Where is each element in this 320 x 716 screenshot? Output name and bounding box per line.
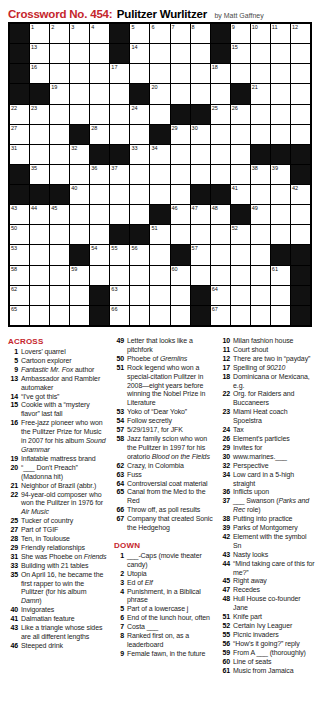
clue: 23Miami Heat coach Spoelstra (220, 408, 316, 426)
clue: 2Utopia (114, 570, 213, 579)
clue-text: Dalmatian feature (21, 615, 107, 624)
grid-cell[interactable] (130, 64, 149, 83)
clue-number: 66 (114, 506, 124, 515)
clue-number: 31 (8, 553, 18, 562)
grid-cell[interactable] (30, 286, 49, 305)
grid-cell[interactable]: 58 (10, 266, 29, 285)
grid-cell[interactable] (30, 145, 49, 164)
grid-cell[interactable]: 30 (191, 125, 210, 144)
clue: 19Inflatable mattress brand (8, 455, 107, 464)
grid-cell[interactable]: 44 (30, 205, 49, 224)
grid-cell[interactable] (231, 306, 250, 325)
clue-text: End of the lunch hour, often (127, 614, 213, 623)
clue: 55Picnic invaders (220, 631, 316, 640)
grid-cell[interactable] (171, 165, 190, 184)
black-square (10, 84, 29, 103)
black-square (291, 145, 310, 164)
black-square (291, 286, 310, 305)
grid-cell[interactable]: 66 (110, 306, 129, 325)
grid-cell[interactable] (50, 165, 69, 184)
clue: 7Costa ___ (114, 623, 213, 632)
grid-cell[interactable]: 55 (110, 245, 129, 264)
black-square (291, 306, 310, 325)
grid-cell[interactable]: 57 (191, 245, 210, 264)
grid-cell[interactable]: 36 (90, 165, 109, 184)
clue-number: 52 (220, 622, 230, 631)
clue-text: Hull House co-founder Jane (233, 595, 316, 613)
grid-cell[interactable]: 67 (211, 306, 230, 325)
grid-cell[interactable] (171, 286, 190, 305)
black-square (291, 245, 310, 264)
grid-cell[interactable] (271, 225, 290, 244)
clue-text: Controversial coat material (127, 480, 213, 489)
grid-cell[interactable]: 16 (30, 64, 49, 83)
grid-cell[interactable] (70, 44, 89, 63)
clue-text: 94-year-old composer who won the Pulitze… (21, 491, 107, 518)
clue-text: Invigorates (21, 606, 107, 615)
grid-cell[interactable] (271, 286, 290, 305)
grid-cell[interactable]: 11 (271, 24, 290, 43)
grid-cell[interactable]: 50 (10, 225, 29, 244)
clue-number: 26 (220, 435, 230, 444)
grid-cell[interactable] (150, 185, 169, 204)
grid-cell[interactable] (90, 64, 109, 83)
grid-cell[interactable] (171, 225, 190, 244)
grid-cell[interactable]: 12 (291, 24, 310, 43)
grid-cell[interactable] (150, 105, 169, 124)
grid-cell[interactable] (171, 64, 190, 83)
grid-cell[interactable] (271, 64, 290, 83)
clue-number: 29 (220, 444, 230, 453)
grid-cell[interactable]: 6 (150, 24, 169, 43)
grid-cell[interactable]: 61 (271, 266, 290, 285)
black-square (90, 306, 109, 325)
clue-text: Steeped drink (21, 642, 107, 651)
clue-text: “___ Don't Preach” (Madonna hit) (21, 464, 107, 482)
clue-number: 15 (8, 401, 18, 419)
grid-cell[interactable] (30, 125, 49, 144)
grid-cell[interactable] (130, 165, 149, 184)
clue-text: Fuss (127, 471, 213, 480)
grid-cell[interactable]: 63 (110, 286, 129, 305)
grid-cell[interactable]: 40 (70, 185, 89, 204)
clue-number: 19 (8, 455, 18, 464)
clue: 4Punishment, in a Biblical phrase (114, 588, 213, 606)
grid-cell[interactable] (211, 245, 230, 264)
grid-cell[interactable]: 45 (50, 205, 69, 224)
grid-cell[interactable] (231, 266, 250, 285)
clue-number: 1 (114, 552, 124, 570)
grid-cell[interactable]: 27 (10, 125, 29, 144)
grid-cell[interactable] (130, 205, 149, 224)
grid-cell[interactable]: 56 (130, 245, 149, 264)
clue-text: Crazy, in Colombia (127, 462, 213, 471)
grid-cell[interactable]: 51 (150, 225, 169, 244)
clue: 575/29/1917, for JFK (114, 426, 213, 435)
cell-number: 46 (172, 205, 178, 212)
clue-number: 29 (8, 544, 18, 553)
clue-text: Ed of Elf (127, 579, 213, 588)
grid-cell[interactable]: 9 (231, 24, 250, 43)
clue-number: 61 (220, 667, 230, 676)
grid-cell[interactable]: 25 (211, 105, 230, 124)
grid-cell[interactable] (171, 145, 190, 164)
black-square (110, 44, 129, 63)
grid-cell[interactable]: 23 (30, 105, 49, 124)
cell-number: 25 (212, 105, 218, 112)
cell-number: 19 (51, 84, 57, 91)
black-square (251, 145, 270, 164)
grid-cell[interactable] (130, 125, 149, 144)
grid-cell[interactable] (30, 245, 49, 264)
clue: 3Ed of Elf (114, 579, 213, 588)
grid-cell[interactable]: 15 (231, 44, 250, 63)
grid-cell[interactable]: 32 (70, 145, 89, 164)
cell-number: 67 (212, 306, 218, 313)
clue-number: 56 (220, 640, 230, 649)
grid-cell[interactable]: 4 (90, 24, 109, 43)
grid-cell[interactable] (211, 225, 230, 244)
grid-cell[interactable] (191, 225, 210, 244)
clue: 28Ten, in Toulouse (8, 535, 107, 544)
cell-number: 17 (111, 64, 117, 71)
clue-number: 53 (114, 408, 124, 417)
clue-text: Friendly relationships (21, 544, 107, 553)
grid-cell[interactable]: 49 (251, 205, 270, 224)
grid-cell[interactable]: 42 (291, 185, 310, 204)
grid-cell[interactable] (70, 306, 89, 325)
grid-cell[interactable] (271, 185, 290, 204)
grid-cell[interactable] (211, 266, 230, 285)
grid-cell[interactable] (50, 64, 69, 83)
grid-cell[interactable] (150, 44, 169, 63)
grid-cell[interactable]: 37 (110, 165, 129, 184)
grid-cell[interactable] (90, 105, 109, 124)
cell-number: 42 (292, 185, 298, 192)
clue-text: Element's particles (233, 435, 316, 444)
grid-cell[interactable]: 34 (150, 145, 169, 164)
grid-cell[interactable] (150, 64, 169, 83)
clue-number: 24 (220, 426, 230, 435)
grid-cell[interactable] (271, 306, 290, 325)
grid-cell[interactable] (291, 44, 310, 63)
grid-cell[interactable] (70, 165, 89, 184)
grid-cell[interactable]: 19 (50, 84, 69, 103)
grid-cell[interactable] (70, 205, 89, 224)
grid-cell[interactable] (110, 105, 129, 124)
grid-cell[interactable] (251, 185, 270, 204)
black-square (171, 105, 190, 124)
grid-cell[interactable] (150, 306, 169, 325)
grid-cell[interactable] (251, 64, 270, 83)
grid-cell[interactable]: 38 (251, 165, 270, 184)
grid-cell[interactable] (110, 185, 129, 204)
clue-number: 17 (220, 364, 230, 373)
clue-number: 22 (8, 491, 18, 518)
grid-cell[interactable]: 26 (231, 105, 250, 124)
grid-cell[interactable] (30, 306, 49, 325)
grid-cell[interactable] (231, 245, 250, 264)
cell-number: 61 (272, 266, 278, 273)
grid-cell[interactable] (251, 44, 270, 63)
grid-cell[interactable] (30, 266, 49, 285)
clue: 9Fantastic Mr. Fox author (8, 366, 107, 375)
clue-text: Right away (233, 577, 316, 586)
clue: 46Steeped drink (8, 642, 107, 651)
clue-number: 18 (220, 373, 230, 391)
grid-cell[interactable] (271, 105, 290, 124)
clue-text: Part of a lowercase j (127, 605, 213, 614)
clue: 39Parks of Montgomery (220, 524, 316, 533)
grid-cell[interactable] (171, 44, 190, 63)
grid-cell[interactable]: 59 (70, 266, 89, 285)
clue-number: 44 (220, 560, 230, 578)
grid-cell[interactable] (291, 225, 310, 244)
grid-cell[interactable] (231, 286, 250, 305)
clue-column-3: 10Milan fashion house11Court shout12Ther… (220, 337, 316, 675)
grid-cell[interactable] (110, 125, 129, 144)
cell-number: 13 (31, 44, 37, 51)
clue-number: 32 (220, 462, 230, 471)
grid-cell[interactable] (150, 245, 169, 264)
grid-cell[interactable] (110, 266, 129, 285)
grid-cell[interactable] (50, 286, 69, 305)
clue: 12There are two in “payday” (220, 355, 316, 364)
grid-cell[interactable] (50, 145, 69, 164)
black-square (110, 145, 129, 164)
clue-number: 1 (8, 348, 18, 357)
clue-number: 41 (8, 615, 18, 624)
clue-text: Cartoon explorer (21, 357, 107, 366)
grid-cell[interactable] (70, 64, 89, 83)
grid-cell[interactable]: 35 (30, 165, 49, 184)
grid-cell[interactable]: 2 (50, 24, 69, 43)
black-square (150, 125, 169, 144)
grid-cell[interactable] (90, 266, 109, 285)
grid-cell[interactable]: 17 (110, 64, 129, 83)
grid-cell[interactable] (50, 125, 69, 144)
grid-cell[interactable]: 60 (171, 266, 190, 285)
grid-cell[interactable]: 46 (171, 205, 190, 224)
clue: 35On April 16, he became the first rappe… (8, 571, 107, 607)
grid-cell[interactable] (90, 205, 109, 224)
grid-cell[interactable] (291, 64, 310, 83)
grid-cell[interactable]: 10 (251, 24, 270, 43)
black-square (191, 286, 210, 305)
grid-cell[interactable]: 65 (10, 306, 29, 325)
cell-number: 37 (111, 165, 117, 172)
grid-cell[interactable] (291, 105, 310, 124)
clue-number: 43 (8, 624, 18, 642)
grid-cell[interactable] (251, 286, 270, 305)
black-square (10, 24, 29, 43)
grid-cell[interactable] (130, 306, 149, 325)
black-square (90, 286, 109, 305)
grid-cell[interactable] (50, 44, 69, 63)
grid-cell[interactable]: 33 (130, 145, 149, 164)
clue: 54Follow secretly (114, 417, 213, 426)
clue: 37___ Swanson (Parks and Rec role) (220, 497, 316, 515)
clue-text: Element with the symbol Sn (233, 533, 316, 551)
grid-cell[interactable]: 13 (30, 44, 49, 63)
grid-cell[interactable]: 29 (171, 125, 190, 144)
grid-cell[interactable]: 31 (10, 145, 29, 164)
grid-cell[interactable] (191, 84, 210, 103)
grid-cell[interactable] (211, 145, 230, 164)
grid-cell[interactable] (191, 165, 210, 184)
grid-cell[interactable]: 8 (191, 24, 210, 43)
grid-cell[interactable] (251, 125, 270, 144)
grid-cell[interactable]: 3 (70, 24, 89, 43)
grid-cell[interactable] (231, 125, 250, 144)
grid-cell[interactable]: 18 (211, 64, 230, 83)
grid-cell[interactable] (191, 145, 210, 164)
grid-cell[interactable] (50, 225, 69, 244)
grid-cell[interactable]: 41 (231, 185, 250, 204)
grid-cell[interactable] (171, 306, 190, 325)
grid-cell[interactable]: 20 (150, 84, 169, 103)
grid-cell[interactable] (171, 84, 190, 103)
grid-cell[interactable] (211, 165, 230, 184)
grid-cell[interactable] (291, 125, 310, 144)
grid-cell[interactable] (191, 64, 210, 83)
clue-number: 49 (114, 337, 124, 355)
across-heading: ACROSS (8, 337, 107, 346)
clue: 21Neighbor of Brazil (abbr.) (8, 482, 107, 491)
clue-number: 4 (114, 588, 124, 606)
grid-cell[interactable] (90, 185, 109, 204)
grid-cell[interactable]: 39 (271, 165, 290, 184)
grid-cell[interactable]: 54 (90, 245, 109, 264)
cell-number: 55 (111, 245, 117, 252)
cell-number: 26 (232, 105, 238, 112)
grid-cell[interactable] (191, 266, 210, 285)
clue-number: 22 (220, 390, 230, 408)
grid-cell[interactable] (251, 105, 270, 124)
cell-number: 34 (151, 145, 157, 152)
grid-cell[interactable] (231, 145, 250, 164)
crossword-page: Crossword No. 454: Pulitzer Wurlitzer by… (0, 0, 320, 716)
grid-cell[interactable] (251, 225, 270, 244)
grid-cell[interactable]: 7 (171, 24, 190, 43)
clue-text: Female fawn, in the future (127, 650, 213, 659)
clue-text: ___ Swanson (Parks and Rec role) (233, 497, 316, 515)
grid-cell[interactable] (231, 165, 250, 184)
clue: 18Dominicana or Mexicana, e.g. (220, 373, 316, 391)
grid-cell[interactable] (130, 185, 149, 204)
cell-number: 2 (51, 24, 54, 31)
grid-cell[interactable]: 28 (90, 125, 109, 144)
grid-cell[interactable] (90, 44, 109, 63)
grid-cell[interactable] (110, 84, 129, 103)
grid-cell[interactable] (150, 286, 169, 305)
clue-number: 65 (114, 488, 124, 506)
cell-number: 39 (272, 165, 278, 172)
clue-text: Picnic invaders (233, 631, 316, 640)
grid-cell[interactable] (150, 165, 169, 184)
clue-number: 39 (220, 524, 230, 533)
grid-cell[interactable] (30, 225, 49, 244)
clue: 48Hull House co-founder Jane (220, 595, 316, 613)
grid-cell[interactable] (130, 286, 149, 305)
grid-cell[interactable] (50, 306, 69, 325)
cell-number: 51 (151, 225, 157, 232)
grid-cell[interactable] (251, 306, 270, 325)
clue-text: Tax (233, 426, 316, 435)
grid-cell[interactable] (291, 84, 310, 103)
clue: 56“How's it going?” reply (220, 640, 316, 649)
grid-cell[interactable]: 22 (10, 105, 29, 124)
grid-cell[interactable]: 52 (231, 225, 250, 244)
grid-cell[interactable] (251, 266, 270, 285)
clue-text: Letter that looks like a pitchfork (127, 337, 213, 355)
grid-cell[interactable] (50, 245, 69, 264)
clue-number: 14 (8, 393, 18, 402)
puzzle-byline: by Matt Gaffney (214, 12, 263, 19)
grid-cell[interactable] (251, 245, 270, 264)
cell-number: 64 (212, 286, 218, 293)
grid-cell[interactable]: 5 (130, 24, 149, 43)
grid-cell[interactable] (90, 225, 109, 244)
black-square (231, 205, 250, 224)
clue-text: Throw off, as poll results (127, 506, 213, 515)
grid-cell[interactable]: 62 (10, 286, 29, 305)
grid-cell[interactable]: 1 (30, 24, 49, 43)
clue-text: Milan fashion house (233, 337, 316, 346)
clue-number: 54 (114, 417, 124, 426)
grid-cell[interactable]: 43 (10, 205, 29, 224)
grid-cell[interactable] (291, 205, 310, 224)
grid-cell[interactable] (70, 105, 89, 124)
grid-cell[interactable] (130, 266, 149, 285)
cell-number: 7 (172, 24, 175, 31)
grid-cell[interactable]: 53 (10, 245, 29, 264)
grid-cell[interactable] (171, 185, 190, 204)
grid-cell[interactable] (211, 84, 230, 103)
grid-cell[interactable] (50, 266, 69, 285)
clue: 42Element with the symbol Sn (220, 533, 316, 551)
clue: 17Spelling of 90210 (220, 364, 316, 373)
grid-cell[interactable]: 48 (211, 205, 230, 224)
grid-cell[interactable] (271, 205, 290, 224)
black-square (271, 145, 290, 164)
cell-number: 10 (252, 24, 258, 31)
grid-cell[interactable] (271, 84, 290, 103)
grid-cell[interactable] (231, 64, 250, 83)
grid-cell[interactable]: 21 (251, 84, 270, 103)
grid-cell[interactable] (110, 205, 129, 224)
grid-cell[interactable]: 14 (130, 44, 149, 63)
clue-number: 51 (220, 613, 230, 622)
grid-cell[interactable] (150, 266, 169, 285)
clue: 15Cookie with a “mystery flavor” last fa… (8, 401, 107, 419)
grid-cell[interactable] (70, 286, 89, 305)
grid-cell[interactable]: 47 (191, 205, 210, 224)
grid-cell[interactable] (271, 44, 290, 63)
grid-cell[interactable] (211, 125, 230, 144)
grid-cell[interactable]: 64 (211, 286, 230, 305)
grid-cell[interactable] (191, 44, 210, 63)
black-square (291, 266, 310, 285)
grid-cell[interactable] (90, 84, 109, 103)
grid-cell[interactable]: 24 (130, 105, 149, 124)
grid-cell[interactable] (70, 225, 89, 244)
grid-cell[interactable] (271, 125, 290, 144)
grid-cell[interactable] (70, 84, 89, 103)
puzzle-title: Pulitzer Wurlitzer (117, 8, 207, 20)
black-square (130, 84, 149, 103)
grid-cell[interactable] (50, 105, 69, 124)
